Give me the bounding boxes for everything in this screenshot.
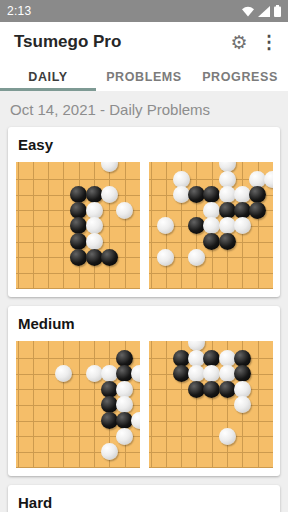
settings-gear-icon[interactable]: ⚙ xyxy=(222,25,256,59)
date-header-text: Oct 14, 2021 - Daily Problems xyxy=(10,101,210,118)
date-header: Oct 14, 2021 - Daily Problems xyxy=(0,91,288,127)
white-stone xyxy=(101,162,118,172)
white-stone xyxy=(116,396,133,413)
white-stone xyxy=(203,202,220,219)
white-stone xyxy=(86,217,103,234)
overflow-menu-icon[interactable]: ⋮ xyxy=(256,25,282,59)
clock: 2:13 xyxy=(7,4,32,18)
black-stone xyxy=(203,381,220,398)
grid-line xyxy=(149,273,273,274)
cellular-signal-icon xyxy=(258,6,270,17)
card-easy-boards xyxy=(16,162,272,289)
grid-line xyxy=(16,452,140,453)
white-stone xyxy=(101,186,118,203)
white-stone xyxy=(157,249,174,266)
white-stone xyxy=(219,350,236,367)
card-easy: Easy xyxy=(8,127,280,297)
card-easy-label: Easy xyxy=(18,136,272,153)
white-stone xyxy=(219,186,236,203)
black-stone xyxy=(70,186,87,203)
white-stone xyxy=(86,202,103,219)
black-stone xyxy=(86,249,103,266)
card-hard: Hard xyxy=(8,485,280,512)
white-stone xyxy=(55,365,72,382)
card-medium: Medium xyxy=(8,306,280,476)
grid-line xyxy=(149,288,273,289)
white-stone xyxy=(173,171,190,188)
white-stone xyxy=(116,202,133,219)
status-bar: 2:13 xyxy=(0,0,288,22)
white-stone xyxy=(101,443,118,460)
white-stone xyxy=(116,381,133,398)
black-stone xyxy=(219,233,236,250)
black-stone xyxy=(70,202,87,219)
black-stone xyxy=(203,350,220,367)
white-stone xyxy=(116,428,133,445)
status-icons xyxy=(242,5,281,17)
tab-problems[interactable]: PROBLEMS xyxy=(96,62,192,91)
white-stone xyxy=(203,217,220,234)
white-stone xyxy=(86,365,103,382)
black-stone xyxy=(70,217,87,234)
grid-line xyxy=(149,467,273,468)
white-stone xyxy=(264,171,273,188)
grid-line xyxy=(149,452,273,453)
grid-line xyxy=(16,179,140,180)
white-stone xyxy=(234,217,251,234)
go-board-medium-2[interactable] xyxy=(149,341,273,468)
black-stone xyxy=(249,202,266,219)
black-stone xyxy=(249,186,266,203)
white-stone xyxy=(219,171,236,188)
white-stone xyxy=(219,365,236,382)
grid-line xyxy=(149,421,273,422)
app-title: Tsumego Pro xyxy=(14,32,222,52)
tab-daily[interactable]: DAILY xyxy=(0,62,96,91)
grid-line xyxy=(149,405,273,406)
black-stone xyxy=(219,202,236,219)
black-stone xyxy=(234,350,251,367)
black-stone xyxy=(234,365,251,382)
tab-progress[interactable]: PROGRESS xyxy=(192,62,288,91)
card-medium-label: Medium xyxy=(18,315,272,332)
card-hard-label: Hard xyxy=(18,494,272,511)
grid-line xyxy=(16,288,140,289)
grid-line xyxy=(16,467,140,468)
battery-icon xyxy=(274,5,281,17)
card-medium-boards xyxy=(16,341,272,468)
white-stone xyxy=(219,428,236,445)
go-board-easy-2[interactable] xyxy=(149,162,273,289)
white-stone xyxy=(234,396,251,413)
white-stone xyxy=(188,249,205,266)
black-stone xyxy=(70,233,87,250)
white-stone xyxy=(157,217,174,234)
grid-line xyxy=(149,436,273,437)
grid-line xyxy=(16,273,140,274)
go-board-easy-1[interactable] xyxy=(16,162,140,289)
white-stone xyxy=(234,381,251,398)
white-stone xyxy=(86,233,103,250)
black-stone xyxy=(70,249,87,266)
white-stone xyxy=(131,412,140,429)
black-stone xyxy=(219,381,236,398)
black-stone xyxy=(86,186,103,203)
black-stone xyxy=(116,350,133,367)
app-bar: Tsumego Pro ⚙ ⋮ xyxy=(0,22,288,62)
black-stone xyxy=(203,233,220,250)
black-stone xyxy=(101,249,118,266)
white-stone xyxy=(219,217,236,234)
go-board-medium-1[interactable] xyxy=(16,341,140,468)
white-stone xyxy=(203,365,220,382)
black-stone xyxy=(203,186,220,203)
tab-bar: DAILY PROBLEMS PROGRESS xyxy=(0,62,288,91)
white-stone xyxy=(131,365,140,382)
wifi-icon xyxy=(242,6,254,17)
